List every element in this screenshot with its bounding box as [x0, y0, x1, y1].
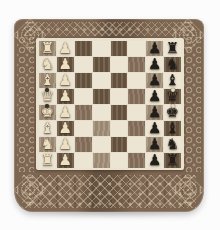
square-f1[interactable]: ♝ [39, 121, 56, 136]
dark-finial-icon [45, 88, 49, 92]
white-bishop[interactable]: ♝ [41, 73, 54, 88]
black-knight[interactable]: ♞ [166, 57, 179, 72]
black-bishop[interactable]: ♝ [166, 121, 179, 136]
square-d6[interactable] [128, 89, 145, 104]
square-b7[interactable]: ♟ [146, 57, 163, 72]
square-e1[interactable]: ♚ [39, 105, 56, 120]
square-d7[interactable]: ♟ [146, 89, 163, 104]
frame-ornament-right [184, 35, 201, 172]
square-b8[interactable]: ♞ [164, 57, 181, 72]
square-e2[interactable]: ♟ [57, 105, 74, 120]
square-d2[interactable]: ♟ [57, 89, 74, 104]
white-rook[interactable]: ♜ [41, 41, 54, 56]
square-b5[interactable] [111, 57, 128, 72]
white-knight[interactable]: ♞ [41, 137, 54, 152]
square-b1[interactable]: ♞ [39, 57, 56, 72]
white-pawn[interactable]: ♟ [59, 137, 72, 152]
square-h6[interactable] [128, 153, 145, 168]
black-bishop[interactable]: ♝ [166, 73, 179, 88]
square-a2[interactable]: ♟ [57, 41, 74, 56]
square-g6[interactable] [128, 137, 145, 152]
black-rook[interactable]: ♜ [166, 153, 179, 168]
white-pawn[interactable]: ♟ [59, 153, 72, 168]
black-queen[interactable]: ♛ [166, 89, 179, 104]
black-pawn[interactable]: ♟ [148, 57, 161, 72]
square-e8[interactable]: ♚ [164, 105, 181, 120]
white-bishop[interactable]: ♝ [41, 121, 54, 136]
square-b3[interactable] [75, 57, 92, 72]
square-f3[interactable] [75, 121, 92, 136]
light-finial-icon [171, 104, 175, 108]
square-f8[interactable]: ♝ [164, 121, 181, 136]
square-c8[interactable]: ♝ [164, 73, 181, 88]
frame-medallion-icon [13, 173, 47, 207]
square-e5[interactable] [111, 105, 128, 120]
square-h7[interactable]: ♟ [146, 153, 163, 168]
square-a5[interactable] [111, 41, 128, 56]
black-pawn[interactable]: ♟ [148, 73, 161, 88]
black-knight[interactable]: ♞ [166, 137, 179, 152]
square-a3[interactable] [75, 41, 92, 56]
square-h4[interactable] [93, 153, 110, 168]
square-c4[interactable] [93, 73, 110, 88]
square-e3[interactable] [75, 105, 92, 120]
white-pawn[interactable]: ♟ [59, 105, 72, 120]
square-h2[interactable]: ♟ [57, 153, 74, 168]
photo-background: ♜♟♟♜♞♟♟♞♝♟♟♝♛♟♟♛♚♟♟♚♝♟♟♝♞♟♟♞♜♟♟♜ [0, 0, 220, 230]
white-pawn[interactable]: ♟ [59, 73, 72, 88]
square-b6[interactable] [128, 57, 145, 72]
dark-finial-icon [45, 104, 49, 108]
square-c5[interactable] [111, 73, 128, 88]
black-pawn[interactable]: ♟ [148, 105, 161, 120]
black-pawn[interactable]: ♟ [148, 41, 161, 56]
square-a7[interactable]: ♟ [146, 41, 163, 56]
square-d1[interactable]: ♛ [39, 89, 56, 104]
square-g5[interactable] [111, 137, 128, 152]
square-g2[interactable]: ♟ [57, 137, 74, 152]
light-finial-icon [171, 88, 175, 92]
square-h8[interactable]: ♜ [164, 153, 181, 168]
white-pawn[interactable]: ♟ [59, 89, 72, 104]
white-pawn[interactable]: ♟ [59, 41, 72, 56]
square-c7[interactable]: ♟ [146, 73, 163, 88]
square-f4[interactable] [93, 121, 110, 136]
square-h1[interactable]: ♜ [39, 153, 56, 168]
square-g8[interactable]: ♞ [164, 137, 181, 152]
square-h5[interactable] [111, 153, 128, 168]
square-a8[interactable]: ♜ [164, 41, 181, 56]
frame-medallion-icon [171, 173, 205, 207]
square-c3[interactable] [75, 73, 92, 88]
square-g1[interactable]: ♞ [39, 137, 56, 152]
square-g3[interactable] [75, 137, 92, 152]
square-c2[interactable]: ♟ [57, 73, 74, 88]
frame-ornament-left [17, 35, 34, 172]
black-pawn[interactable]: ♟ [148, 89, 161, 104]
white-king[interactable]: ♚ [41, 105, 54, 120]
white-pawn[interactable]: ♟ [59, 121, 72, 136]
square-d5[interactable] [111, 89, 128, 104]
square-b2[interactable]: ♟ [57, 57, 74, 72]
square-d3[interactable] [75, 89, 92, 104]
white-rook[interactable]: ♜ [41, 153, 54, 168]
square-b4[interactable] [93, 57, 110, 72]
square-e4[interactable] [93, 105, 110, 120]
square-a6[interactable] [128, 41, 145, 56]
board-surface: ♜♟♟♜♞♟♟♞♝♟♟♝♛♟♟♛♚♟♟♚♝♟♟♝♞♟♟♞♜♟♟♜ [36, 38, 184, 170]
square-a1[interactable]: ♜ [39, 41, 56, 56]
square-e7[interactable]: ♟ [146, 105, 163, 120]
square-f5[interactable] [111, 121, 128, 136]
black-king[interactable]: ♚ [166, 105, 179, 120]
square-g4[interactable] [93, 137, 110, 152]
square-f2[interactable]: ♟ [57, 121, 74, 136]
frame-ornament-top [24, 22, 194, 36]
square-f7[interactable]: ♟ [146, 121, 163, 136]
white-pawn[interactable]: ♟ [59, 57, 72, 72]
black-pawn[interactable]: ♟ [148, 153, 161, 168]
black-pawn[interactable]: ♟ [148, 137, 161, 152]
white-queen[interactable]: ♛ [41, 89, 54, 104]
square-h3[interactable] [75, 153, 92, 168]
square-c1[interactable]: ♝ [39, 73, 56, 88]
black-pawn[interactable]: ♟ [148, 121, 161, 136]
square-g7[interactable]: ♟ [146, 137, 163, 152]
square-d4[interactable] [93, 89, 110, 104]
square-f6[interactable] [128, 121, 145, 136]
black-rook[interactable]: ♜ [166, 41, 179, 56]
white-knight[interactable]: ♞ [41, 57, 54, 72]
square-a4[interactable] [93, 41, 110, 56]
board-grid: ♜♟♟♜♞♟♟♞♝♟♟♝♛♟♟♛♚♟♟♚♝♟♟♝♞♟♟♞♜♟♟♜ [39, 41, 181, 167]
square-c6[interactable] [128, 73, 145, 88]
chess-board: ♜♟♟♜♞♟♟♞♝♟♟♝♛♟♟♛♚♟♟♚♝♟♟♝♞♟♟♞♜♟♟♜ [14, 19, 204, 212]
frame-ornament-bottom [22, 175, 196, 208]
square-d8[interactable]: ♛ [164, 89, 181, 104]
square-e6[interactable] [128, 105, 145, 120]
